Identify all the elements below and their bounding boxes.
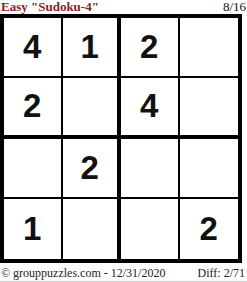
difficulty-text: Diff: 2/71 <box>198 266 245 280</box>
sudoku-cell-given: 2 <box>63 139 122 199</box>
puzzle-number: 8/16 <box>223 0 246 14</box>
sudoku-cell-empty[interactable] <box>180 139 239 199</box>
footer: © grouppuzzles.com - 12/31/2020 Diff: 2/… <box>0 266 247 282</box>
sudoku-grid: 41224212 <box>0 14 242 263</box>
sudoku-cell-given: 1 <box>63 18 122 78</box>
sudoku-cell-empty[interactable] <box>121 199 180 259</box>
sudoku-cell-given: 1 <box>4 199 63 259</box>
copyright-text: © grouppuzzles.com - 12/31/2020 <box>1 266 165 280</box>
sudoku-cell-empty[interactable] <box>180 18 239 78</box>
sudoku-cell-empty[interactable] <box>121 139 180 199</box>
sudoku-page: Easy "Sudoku-4" 8/16 41224212 © grouppuz… <box>0 0 247 282</box>
sudoku-cell-empty[interactable] <box>4 139 63 199</box>
sudoku-cell-given: 4 <box>4 18 63 78</box>
sudoku-cell-given: 2 <box>121 18 180 78</box>
sudoku-cell-given: 4 <box>121 78 180 138</box>
sudoku-cell-empty[interactable] <box>180 78 239 138</box>
sudoku-cell-given: 2 <box>4 78 63 138</box>
puzzle-title: Easy "Sudoku-4" <box>1 0 99 14</box>
sudoku-cell-empty[interactable] <box>63 78 122 138</box>
header: Easy "Sudoku-4" 8/16 <box>0 0 247 14</box>
sudoku-cell-given: 2 <box>180 199 239 259</box>
sudoku-cell-empty[interactable] <box>63 199 122 259</box>
